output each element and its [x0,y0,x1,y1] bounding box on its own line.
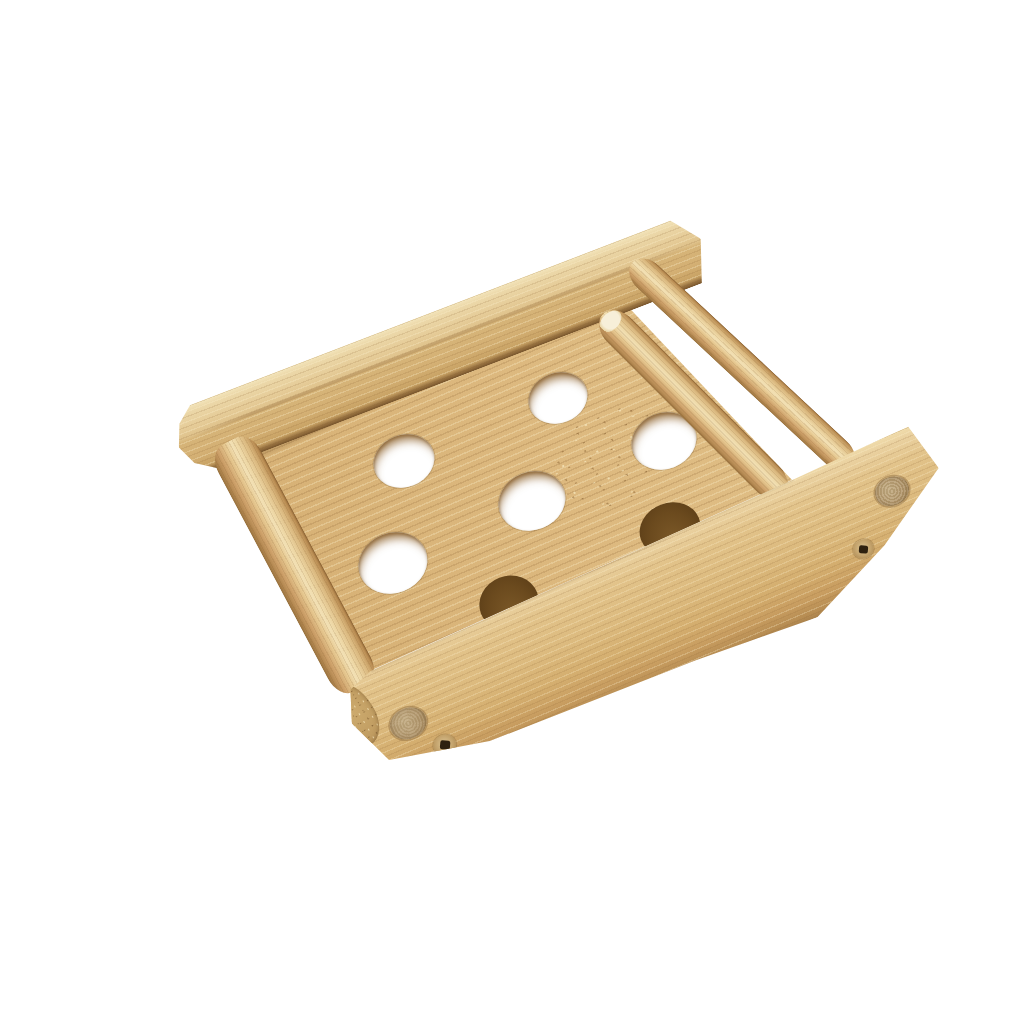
drain-hole [350,522,437,603]
product-photo [0,0,1020,1020]
dowel-plug [385,702,432,746]
pin-hole [430,731,459,759]
end-grain-cap [321,677,389,754]
drain-hole [366,426,443,497]
dowel-plug [870,471,913,511]
pin-hole [850,536,877,562]
